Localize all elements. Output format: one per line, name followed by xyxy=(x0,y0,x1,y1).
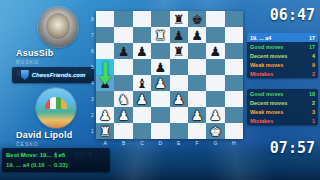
rank-label-3: 3 xyxy=(90,96,95,102)
rank-label-7: 7 xyxy=(90,32,95,38)
black-rook[interactable]: ♜ xyxy=(173,13,185,26)
stat-value: 1 xyxy=(312,118,315,124)
square-a5[interactable] xyxy=(96,59,114,75)
white-pawn[interactable]: ♟ xyxy=(191,109,203,122)
square-a1[interactable]: ♜ xyxy=(96,123,114,139)
black-pawn[interactable]: ♟ xyxy=(210,45,222,58)
square-h1[interactable] xyxy=(225,123,243,139)
square-h3[interactable] xyxy=(225,91,243,107)
square-h5[interactable] xyxy=(225,59,243,75)
square-f4[interactable] xyxy=(188,75,206,91)
stat-row-good: Good moves17 xyxy=(247,42,318,51)
square-d1[interactable] xyxy=(151,123,169,139)
bottom-player-clock: 07:57 xyxy=(257,139,315,157)
rank-label-8: 8 xyxy=(90,16,95,22)
stat-label: Mistakes xyxy=(250,71,273,77)
black-pawn[interactable]: ♟ xyxy=(136,45,148,58)
square-a3[interactable] xyxy=(96,91,114,107)
white-rook[interactable]: ♜ xyxy=(99,125,111,138)
square-d7[interactable]: ♜ xyxy=(151,27,169,43)
move-list-entry[interactable]: 19. ... a417 xyxy=(247,33,318,42)
chess-board[interactable]: ♜♚♜♟♟♟♟♜♟♟♟♝♟♞♟♟♟♟♟♟♜♚ xyxy=(96,11,243,139)
stat-label: 19. ... a4 xyxy=(250,35,271,41)
square-g1[interactable]: ♚ xyxy=(206,123,224,139)
avatar-top-player[interactable] xyxy=(38,7,78,47)
black-king[interactable]: ♚ xyxy=(191,13,203,26)
top-player-clock: 06:47 xyxy=(257,6,315,24)
black-pawn[interactable]: ♟ xyxy=(118,45,130,58)
square-c1[interactable] xyxy=(133,123,151,139)
app-window: AsusSib RUSKO 30 ★ 1393 ChessFriends.com… xyxy=(0,0,320,180)
stat-row-weak: Weak moves9 xyxy=(247,60,318,69)
rank-labels: 87654321 xyxy=(90,11,95,139)
square-c6[interactable]: ♟ xyxy=(133,43,151,59)
stat-label: Good moves xyxy=(250,91,283,97)
top-player-country: RUSKO xyxy=(16,59,92,65)
stat-label: Decent moves xyxy=(250,100,287,106)
square-e1[interactable] xyxy=(170,123,188,139)
move-stats-panel-bottom: Good moves18Decent moves2Weak moves3Mist… xyxy=(247,89,318,125)
square-e2[interactable] xyxy=(170,107,188,123)
square-d8[interactable] xyxy=(151,11,169,27)
stat-label: Weak moves xyxy=(250,62,283,68)
square-c2[interactable] xyxy=(133,107,151,123)
square-b1[interactable] xyxy=(114,123,132,139)
rank-label-4: 4 xyxy=(90,80,95,86)
chessfriends-logo[interactable]: ChessFriends.com xyxy=(12,67,94,83)
top-player-name: AsusSib xyxy=(16,48,92,58)
square-e4[interactable] xyxy=(170,75,188,91)
square-g4[interactable] xyxy=(206,75,224,91)
white-king[interactable]: ♚ xyxy=(210,125,222,138)
stat-label: Good moves xyxy=(250,44,283,50)
best-move-text: Best Move: 19... ♗e6 xyxy=(6,150,106,160)
white-pawn[interactable]: ♟ xyxy=(99,109,111,122)
stat-value: 4 xyxy=(312,53,315,59)
lion-avatar-image xyxy=(46,13,70,39)
black-bishop[interactable]: ♝ xyxy=(136,77,148,90)
stat-value: 2 xyxy=(312,71,315,77)
square-g5[interactable] xyxy=(206,59,224,75)
black-pawn[interactable]: ♟ xyxy=(154,61,166,74)
square-c4[interactable]: ♝ xyxy=(133,75,151,91)
stat-value: 9 xyxy=(312,62,315,68)
square-h2[interactable] xyxy=(225,107,243,123)
square-d2[interactable] xyxy=(151,107,169,123)
white-rook[interactable]: ♜ xyxy=(154,29,166,42)
square-g3[interactable] xyxy=(206,91,224,107)
stat-row-good: Good moves18 xyxy=(247,89,318,98)
square-f5[interactable] xyxy=(188,59,206,75)
file-label-D: D xyxy=(155,140,165,146)
stat-label: Mistakes xyxy=(250,118,273,124)
square-e8[interactable]: ♜ xyxy=(170,11,188,27)
bottom-player-country: ČESKO xyxy=(16,141,92,147)
white-knight[interactable]: ♞ xyxy=(118,93,130,106)
white-pawn[interactable]: ♟ xyxy=(154,77,166,90)
file-label-F: F xyxy=(192,140,202,146)
stat-label: Weak moves xyxy=(250,109,283,115)
file-label-E: E xyxy=(174,140,184,146)
white-pawn[interactable]: ♟ xyxy=(210,109,222,122)
played-move-text: 19. ... a4 (0.16 → 0.33) xyxy=(6,160,106,170)
stat-value: 18 xyxy=(309,91,315,97)
square-b8[interactable] xyxy=(114,11,132,27)
square-b7[interactable] xyxy=(114,27,132,43)
square-d3[interactable] xyxy=(151,91,169,107)
white-pawn[interactable]: ♟ xyxy=(173,93,185,106)
stat-value: 2 xyxy=(312,100,315,106)
square-a4[interactable]: ♟ xyxy=(96,75,114,91)
stat-row-mistake: Mistakes2 xyxy=(247,69,318,78)
logo-text: ChessFriends.com xyxy=(32,72,86,78)
black-pawn[interactable]: ♟ xyxy=(99,77,111,90)
rank-label-5: 5 xyxy=(90,64,95,70)
stat-value: 17 xyxy=(309,35,315,41)
square-b5[interactable] xyxy=(114,59,132,75)
square-d5[interactable]: ♟ xyxy=(151,59,169,75)
square-g7[interactable] xyxy=(206,27,224,43)
square-e6[interactable]: ♜ xyxy=(170,43,188,59)
square-g2[interactable]: ♟ xyxy=(206,107,224,123)
stat-row-weak: Weak moves3 xyxy=(247,107,318,116)
square-c7[interactable] xyxy=(133,27,151,43)
square-f3[interactable] xyxy=(188,91,206,107)
square-c3[interactable]: ♟ xyxy=(133,91,151,107)
analysis-footer: Best Move: 19... ♗e6 19. ... a4 (0.16 → … xyxy=(2,148,110,172)
stat-label: Decent moves xyxy=(250,53,287,59)
square-h6[interactable] xyxy=(225,43,243,59)
shield-icon xyxy=(21,70,29,80)
square-d4[interactable]: ♟ xyxy=(151,75,169,91)
square-d6[interactable] xyxy=(151,43,169,59)
stat-value: 3 xyxy=(312,109,315,115)
rank-label-2: 2 xyxy=(90,112,95,118)
file-label-G: G xyxy=(210,140,220,146)
file-label-A: A xyxy=(100,140,110,146)
stat-row-mistake: Mistakes1 xyxy=(247,116,318,125)
square-f6[interactable] xyxy=(188,43,206,59)
square-b2[interactable]: ♟ xyxy=(114,107,132,123)
square-g8[interactable] xyxy=(206,11,224,27)
stat-row-decent: Decent moves4 xyxy=(247,51,318,60)
rank-label-6: 6 xyxy=(90,48,95,54)
black-rook[interactable]: ♜ xyxy=(173,45,185,58)
square-b3[interactable]: ♞ xyxy=(114,91,132,107)
square-a2[interactable]: ♟ xyxy=(96,107,114,123)
bottom-player-name: David Lipold xyxy=(16,130,92,140)
black-pawn[interactable]: ♟ xyxy=(191,29,203,42)
square-h4[interactable] xyxy=(225,75,243,91)
square-c5[interactable] xyxy=(133,59,151,75)
avatar-bottom-player[interactable] xyxy=(36,88,76,128)
square-e7[interactable]: ♟ xyxy=(170,27,188,43)
white-pawn[interactable]: ♟ xyxy=(118,109,130,122)
stat-value: 17 xyxy=(309,44,315,50)
stat-row-decent: Decent moves2 xyxy=(247,98,318,107)
file-labels: ABCDEFGH xyxy=(96,140,243,147)
beach-avatar-image xyxy=(45,97,67,109)
square-b4[interactable] xyxy=(114,75,132,91)
square-f8[interactable]: ♚ xyxy=(188,11,206,27)
square-h7[interactable] xyxy=(225,27,243,43)
square-a8[interactable] xyxy=(96,11,114,27)
square-b6[interactable]: ♟ xyxy=(114,43,132,59)
square-a7[interactable] xyxy=(96,27,114,43)
square-e5[interactable] xyxy=(170,59,188,75)
white-pawn[interactable]: ♟ xyxy=(136,93,148,106)
square-f1[interactable] xyxy=(188,123,206,139)
black-pawn[interactable]: ♟ xyxy=(173,29,185,42)
file-label-C: C xyxy=(137,140,147,146)
file-label-H: H xyxy=(229,140,239,146)
rank-label-1: 1 xyxy=(90,128,95,134)
square-f7[interactable]: ♟ xyxy=(188,27,206,43)
square-f2[interactable]: ♟ xyxy=(188,107,206,123)
square-a6[interactable] xyxy=(96,43,114,59)
file-label-B: B xyxy=(119,140,129,146)
square-g6[interactable]: ♟ xyxy=(206,43,224,59)
move-stats-panel-top: 19. ... a417Good moves17Decent moves4Wea… xyxy=(247,33,318,78)
square-e3[interactable]: ♟ xyxy=(170,91,188,107)
square-c8[interactable] xyxy=(133,11,151,27)
square-h8[interactable] xyxy=(225,11,243,27)
